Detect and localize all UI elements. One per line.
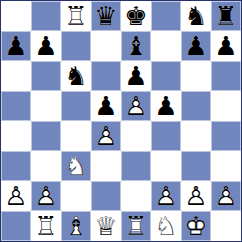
- square-a5[interactable]: [1, 91, 31, 121]
- piece-black-pawn-icon[interactable]: ♟: [1, 31, 31, 61]
- piece-fill-layer: ♚: [181, 211, 211, 241]
- piece-fill-layer: ♕: [91, 1, 121, 31]
- square-c3[interactable]: ♞♘: [61, 151, 91, 181]
- square-d2[interactable]: [91, 181, 121, 211]
- piece-black-pawn-icon[interactable]: ♟: [91, 91, 121, 121]
- square-c4[interactable]: [61, 121, 91, 151]
- piece-fill-layer: ♛: [91, 211, 121, 241]
- square-f4[interactable]: [151, 121, 181, 151]
- square-g3[interactable]: [181, 151, 211, 181]
- square-e7[interactable]: ♗♝: [121, 31, 151, 61]
- square-g4[interactable]: [181, 121, 211, 151]
- square-d3[interactable]: [91, 151, 121, 181]
- square-d8[interactable]: ♕♛: [91, 1, 121, 31]
- square-e4[interactable]: [121, 121, 151, 151]
- square-h5[interactable]: [211, 91, 241, 121]
- square-b3[interactable]: [31, 151, 61, 181]
- square-c8[interactable]: ♜♖: [61, 1, 91, 31]
- square-c1[interactable]: ♝♗: [61, 211, 91, 241]
- piece-fill-layer: ♗: [121, 31, 151, 61]
- piece-black-pawn-icon[interactable]: ♟: [121, 61, 151, 91]
- piece-white-rook-icon[interactable]: ♖: [31, 211, 61, 241]
- piece-white-rook-icon[interactable]: ♖: [61, 1, 91, 31]
- square-b2[interactable]: ♟♙: [31, 181, 61, 211]
- square-f7[interactable]: [151, 31, 181, 61]
- square-f3[interactable]: [151, 151, 181, 181]
- square-a6[interactable]: [1, 61, 31, 91]
- square-g2[interactable]: ♟♙: [181, 181, 211, 211]
- square-h6[interactable]: [211, 61, 241, 91]
- piece-fill-layer: ♙: [151, 91, 181, 121]
- square-h8[interactable]: ♖♜: [211, 1, 241, 31]
- square-g8[interactable]: ♘♞: [181, 1, 211, 31]
- piece-fill-layer: ♙: [91, 91, 121, 121]
- piece-black-king-icon[interactable]: ♚: [121, 1, 151, 31]
- square-e6[interactable]: ♙♟: [121, 61, 151, 91]
- piece-fill-layer: ♟: [31, 181, 61, 211]
- piece-fill-layer: ♞: [61, 151, 91, 181]
- square-d5[interactable]: ♙♟: [91, 91, 121, 121]
- square-a3[interactable]: [1, 151, 31, 181]
- square-e8[interactable]: ♔♚: [121, 1, 151, 31]
- piece-white-pawn-icon[interactable]: ♙: [1, 181, 31, 211]
- piece-black-bishop-icon[interactable]: ♝: [121, 31, 151, 61]
- piece-white-pawn-icon[interactable]: ♙: [91, 121, 121, 151]
- piece-fill-layer: ♜: [121, 211, 151, 241]
- square-d4[interactable]: ♟♙: [91, 121, 121, 151]
- square-e5[interactable]: ♟♙: [121, 91, 151, 121]
- piece-fill-layer: ♟: [151, 181, 181, 211]
- piece-fill-layer: ♘: [181, 1, 211, 31]
- square-c2[interactable]: [61, 181, 91, 211]
- square-a1[interactable]: [1, 211, 31, 241]
- square-c6[interactable]: ♘♞: [61, 61, 91, 91]
- chess-board: ♜♖♕♛♔♚♘♞♖♜♙♟♙♟♗♝♙♟♙♟♘♞♙♟♙♟♟♙♙♟♟♙♞♘♟♙♟♙♟♙…: [0, 0, 242, 242]
- square-b6[interactable]: [31, 61, 61, 91]
- square-e3[interactable]: [121, 151, 151, 181]
- piece-white-pawn-icon[interactable]: ♙: [31, 181, 61, 211]
- chess-board-container: ♜♖♕♛♔♚♘♞♖♜♙♟♙♟♗♝♙♟♙♟♘♞♙♟♙♟♟♙♙♟♟♙♞♘♟♙♟♙♟♙…: [0, 0, 242, 242]
- piece-fill-layer: ♜: [31, 211, 61, 241]
- square-c5[interactable]: [61, 91, 91, 121]
- square-f5[interactable]: ♙♟: [151, 91, 181, 121]
- square-a7[interactable]: ♙♟: [1, 31, 31, 61]
- square-f2[interactable]: ♟♙: [151, 181, 181, 211]
- piece-black-rook-icon[interactable]: ♜: [211, 1, 241, 31]
- square-h4[interactable]: [211, 121, 241, 151]
- square-b1[interactable]: ♜♖: [31, 211, 61, 241]
- square-g6[interactable]: [181, 61, 211, 91]
- piece-black-knight-icon[interactable]: ♞: [181, 1, 211, 31]
- piece-fill-layer: ♘: [61, 61, 91, 91]
- square-f1[interactable]: ♞♘: [151, 211, 181, 241]
- piece-fill-layer: ♜: [61, 1, 91, 31]
- piece-black-pawn-icon[interactable]: ♟: [151, 91, 181, 121]
- square-f6[interactable]: [151, 61, 181, 91]
- piece-white-king-icon[interactable]: ♔: [181, 211, 211, 241]
- piece-white-pawn-icon[interactable]: ♙: [121, 91, 151, 121]
- piece-fill-layer: ♟: [121, 91, 151, 121]
- piece-white-knight-icon[interactable]: ♘: [61, 151, 91, 181]
- square-h7[interactable]: ♙♟: [211, 31, 241, 61]
- piece-black-pawn-icon[interactable]: ♟: [211, 31, 241, 61]
- square-d6[interactable]: [91, 61, 121, 91]
- square-d1[interactable]: ♛♕: [91, 211, 121, 241]
- square-g1[interactable]: ♚♔: [181, 211, 211, 241]
- square-f8[interactable]: [151, 1, 181, 31]
- piece-fill-layer: ♟: [211, 181, 241, 211]
- piece-black-knight-icon[interactable]: ♞: [61, 61, 91, 91]
- square-a2[interactable]: ♟♙: [1, 181, 31, 211]
- square-a4[interactable]: [1, 121, 31, 151]
- piece-fill-layer: ♖: [211, 1, 241, 31]
- piece-fill-layer: ♙: [121, 61, 151, 91]
- square-b8[interactable]: [31, 1, 61, 31]
- square-b4[interactable]: [31, 121, 61, 151]
- square-e2[interactable]: [121, 181, 151, 211]
- piece-fill-layer: ♞: [151, 211, 181, 241]
- square-c7[interactable]: [61, 31, 91, 61]
- piece-fill-layer: ♝: [61, 211, 91, 241]
- piece-fill-layer: ♟: [91, 121, 121, 151]
- square-b7[interactable]: ♙♟: [31, 31, 61, 61]
- piece-white-bishop-icon[interactable]: ♗: [61, 211, 91, 241]
- square-e1[interactable]: ♜♖: [121, 211, 151, 241]
- piece-white-pawn-icon[interactable]: ♙: [151, 181, 181, 211]
- square-h1[interactable]: [211, 211, 241, 241]
- piece-white-rook-icon[interactable]: ♖: [121, 211, 151, 241]
- piece-fill-layer: ♙: [1, 31, 31, 61]
- piece-black-queen-icon[interactable]: ♛: [91, 1, 121, 31]
- piece-white-knight-icon[interactable]: ♘: [151, 211, 181, 241]
- piece-fill-layer: ♔: [121, 1, 151, 31]
- piece-white-queen-icon[interactable]: ♕: [91, 211, 121, 241]
- piece-fill-layer: ♙: [211, 31, 241, 61]
- square-g7[interactable]: ♙♟: [181, 31, 211, 61]
- square-h2[interactable]: ♟♙: [211, 181, 241, 211]
- piece-fill-layer: ♟: [1, 181, 31, 211]
- square-h3[interactable]: [211, 151, 241, 181]
- piece-fill-layer: ♙: [31, 31, 61, 61]
- piece-black-pawn-icon[interactable]: ♟: [181, 31, 211, 61]
- piece-fill-layer: ♟: [181, 181, 211, 211]
- square-a8[interactable]: [1, 1, 31, 31]
- square-d7[interactable]: [91, 31, 121, 61]
- square-b5[interactable]: [31, 91, 61, 121]
- square-g5[interactable]: [181, 91, 211, 121]
- piece-fill-layer: ♙: [181, 31, 211, 61]
- piece-white-pawn-icon[interactable]: ♙: [181, 181, 211, 211]
- piece-white-pawn-icon[interactable]: ♙: [211, 181, 241, 211]
- piece-black-pawn-icon[interactable]: ♟: [31, 31, 61, 61]
